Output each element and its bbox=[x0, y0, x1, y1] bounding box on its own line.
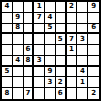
cell-r1c7-given: 2 bbox=[67, 2, 78, 13]
cell-r4c6-given: 5 bbox=[56, 34, 67, 45]
cell-r1c5-empty[interactable] bbox=[45, 2, 56, 13]
cell-r8c8-given: 1 bbox=[77, 77, 88, 88]
cell-r3c7-empty[interactable] bbox=[67, 24, 78, 35]
cell-r9c6-given: 6 bbox=[56, 88, 67, 99]
cell-r3c8-empty[interactable] bbox=[77, 24, 88, 35]
cell-r6c5-empty[interactable] bbox=[45, 56, 56, 67]
cell-r7c9-empty[interactable] bbox=[88, 67, 99, 78]
cell-r9c7-empty[interactable] bbox=[67, 88, 78, 99]
cell-r2c3-empty[interactable] bbox=[24, 13, 35, 24]
cell-r9c1-given: 8 bbox=[2, 88, 13, 99]
cell-r4c4-empty[interactable] bbox=[34, 34, 45, 45]
cell-r7c4-empty[interactable] bbox=[34, 67, 45, 78]
cell-r3c2-given: 8 bbox=[13, 24, 24, 35]
cell-r1c3-empty[interactable] bbox=[24, 2, 35, 13]
cell-r8c2-empty[interactable] bbox=[13, 77, 24, 88]
cell-r9c4-empty[interactable] bbox=[34, 88, 45, 99]
cell-r5c6-empty[interactable] bbox=[56, 45, 67, 56]
cell-r4c5-empty[interactable] bbox=[45, 34, 56, 45]
cell-r2c1-empty[interactable] bbox=[2, 13, 13, 24]
cell-r5c1-empty[interactable] bbox=[2, 45, 13, 56]
cell-r2c8-empty[interactable] bbox=[77, 13, 88, 24]
cell-r5c3-given: 6 bbox=[24, 45, 35, 56]
cell-r2c7-empty[interactable] bbox=[67, 13, 78, 24]
cell-r7c1-given: 5 bbox=[2, 67, 13, 78]
cell-r8c9-empty[interactable] bbox=[88, 77, 99, 88]
sudoku-board: 4129974856573614835943218762 bbox=[0, 0, 101, 101]
cell-r4c3-empty[interactable] bbox=[24, 34, 35, 45]
cell-r5c7-given: 1 bbox=[67, 45, 78, 56]
cell-r2c6-empty[interactable] bbox=[56, 13, 67, 24]
cell-r1c1-given: 4 bbox=[2, 2, 13, 13]
cell-r7c2-empty[interactable] bbox=[13, 67, 24, 78]
cell-r9c2-empty[interactable] bbox=[13, 88, 24, 99]
cell-r3c3-empty[interactable] bbox=[24, 24, 35, 35]
cell-r6c6-empty[interactable] bbox=[56, 56, 67, 67]
cell-r5c5-empty[interactable] bbox=[45, 45, 56, 56]
cell-r6c8-empty[interactable] bbox=[77, 56, 88, 67]
cell-r1c2-empty[interactable] bbox=[13, 2, 24, 13]
cell-r8c4-empty[interactable] bbox=[34, 77, 45, 88]
cell-r3c5-given: 5 bbox=[45, 24, 56, 35]
cell-r6c4-given: 3 bbox=[34, 56, 45, 67]
cell-r7c7-empty[interactable] bbox=[67, 67, 78, 78]
cell-r6c1-empty[interactable] bbox=[2, 56, 13, 67]
cell-r9c9-given: 2 bbox=[88, 88, 99, 99]
cell-r9c8-empty[interactable] bbox=[77, 88, 88, 99]
cell-r4c7-given: 7 bbox=[67, 34, 78, 45]
cell-r7c8-given: 4 bbox=[77, 67, 88, 78]
cell-r6c2-given: 4 bbox=[13, 56, 24, 67]
cell-r1c8-empty[interactable] bbox=[77, 2, 88, 13]
cell-r9c3-given: 7 bbox=[24, 88, 35, 99]
cell-r8c6-given: 2 bbox=[56, 77, 67, 88]
cell-r6c7-empty[interactable] bbox=[67, 56, 78, 67]
cell-r5c4-empty[interactable] bbox=[34, 45, 45, 56]
cell-r3c1-empty[interactable] bbox=[2, 24, 13, 35]
cell-r7c5-given: 9 bbox=[45, 67, 56, 78]
cell-r5c8-empty[interactable] bbox=[77, 45, 88, 56]
cell-r1c4-given: 1 bbox=[34, 2, 45, 13]
cell-r3c4-empty[interactable] bbox=[34, 24, 45, 35]
cell-r5c9-empty[interactable] bbox=[88, 45, 99, 56]
cell-r6c9-empty[interactable] bbox=[88, 56, 99, 67]
cell-r8c5-given: 3 bbox=[45, 77, 56, 88]
cell-r3c6-empty[interactable] bbox=[56, 24, 67, 35]
cell-r6c3-given: 8 bbox=[24, 56, 35, 67]
cell-r8c7-empty[interactable] bbox=[67, 77, 78, 88]
cell-r7c6-empty[interactable] bbox=[56, 67, 67, 78]
cell-r4c1-empty[interactable] bbox=[2, 34, 13, 45]
cell-r1c6-empty[interactable] bbox=[56, 2, 67, 13]
cell-r2c4-given: 7 bbox=[34, 13, 45, 24]
cell-r9c5-empty[interactable] bbox=[45, 88, 56, 99]
cell-r2c5-given: 4 bbox=[45, 13, 56, 24]
cell-r5c2-empty[interactable] bbox=[13, 45, 24, 56]
cell-r4c2-empty[interactable] bbox=[13, 34, 24, 45]
cell-r1c9-given: 9 bbox=[88, 2, 99, 13]
cell-r2c9-empty[interactable] bbox=[88, 13, 99, 24]
cell-r8c3-empty[interactable] bbox=[24, 77, 35, 88]
cell-r2c2-given: 9 bbox=[13, 13, 24, 24]
cell-r4c9-empty[interactable] bbox=[88, 34, 99, 45]
cell-r7c3-empty[interactable] bbox=[24, 67, 35, 78]
cell-r3c9-given: 6 bbox=[88, 24, 99, 35]
cell-r4c8-given: 3 bbox=[77, 34, 88, 45]
cell-r8c1-empty[interactable] bbox=[2, 77, 13, 88]
